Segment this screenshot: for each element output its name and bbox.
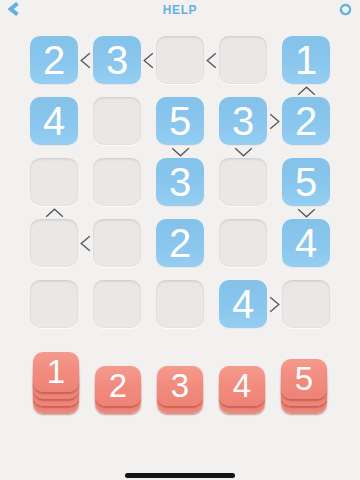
board: 231453235244 bbox=[30, 36, 330, 328]
cell-r2c2[interactable] bbox=[93, 97, 141, 145]
home-indicator bbox=[125, 473, 235, 478]
greater-than-down-sign bbox=[219, 145, 267, 158]
cell-value: 1 bbox=[295, 36, 317, 84]
tray-stack-5[interactable]: 5 bbox=[281, 359, 327, 413]
tray-tile-2[interactable]: 2 bbox=[95, 366, 141, 406]
less-than-up-sign bbox=[30, 206, 78, 219]
page-title: HELP bbox=[0, 3, 360, 17]
greater-than-down-sign bbox=[282, 206, 330, 219]
cell-r5c1[interactable] bbox=[30, 280, 78, 328]
cell-r3c3: 3 bbox=[156, 158, 204, 206]
cell-r2c3: 5 bbox=[156, 97, 204, 145]
cell-r5c4: 4 bbox=[219, 280, 267, 328]
cell-value: 4 bbox=[43, 97, 65, 145]
tray-tile-value: 3 bbox=[171, 367, 189, 405]
cell-r4c3: 2 bbox=[156, 219, 204, 267]
cell-r4c1[interactable] bbox=[30, 219, 78, 267]
restart-circle-icon bbox=[339, 3, 352, 16]
cell-r1c4[interactable] bbox=[219, 36, 267, 84]
cell-r3c5: 5 bbox=[282, 158, 330, 206]
cell-r1c5: 1 bbox=[282, 36, 330, 84]
cell-r3c2[interactable] bbox=[93, 158, 141, 206]
header: HELP bbox=[0, 0, 360, 24]
cell-r1c1: 2 bbox=[30, 36, 78, 84]
cell-r1c2: 3 bbox=[93, 36, 141, 84]
tray-tile-value: 1 bbox=[47, 353, 65, 391]
cell-value: 2 bbox=[295, 97, 317, 145]
tray-tile-1[interactable]: 1 bbox=[33, 352, 79, 392]
cell-value: 5 bbox=[169, 97, 191, 145]
less-than-sign bbox=[78, 219, 93, 267]
cell-r2c5: 2 bbox=[282, 97, 330, 145]
cell-r5c5[interactable] bbox=[282, 280, 330, 328]
cell-r5c3[interactable] bbox=[156, 280, 204, 328]
cell-r5c2[interactable] bbox=[93, 280, 141, 328]
tray-tile-5[interactable]: 5 bbox=[281, 359, 327, 399]
cell-value: 5 bbox=[295, 158, 317, 206]
tray-tile-value: 5 bbox=[295, 360, 313, 398]
cell-r4c5: 4 bbox=[282, 219, 330, 267]
cell-r2c4: 3 bbox=[219, 97, 267, 145]
tray-stack-4[interactable]: 4 bbox=[219, 366, 265, 413]
less-than-sign bbox=[204, 36, 219, 84]
tray-tile-value: 4 bbox=[233, 367, 251, 405]
cell-value: 3 bbox=[169, 158, 191, 206]
less-than-sign bbox=[141, 36, 156, 84]
cell-r2c1: 4 bbox=[30, 97, 78, 145]
cell-value: 2 bbox=[43, 36, 65, 84]
less-than-sign bbox=[78, 36, 93, 84]
less-than-up-sign bbox=[282, 84, 330, 97]
tile-tray: 12345 bbox=[0, 352, 360, 413]
cell-value: 3 bbox=[232, 97, 254, 145]
cell-r1c3[interactable] bbox=[156, 36, 204, 84]
tray-tile-value: 2 bbox=[109, 367, 127, 405]
cell-r3c1[interactable] bbox=[30, 158, 78, 206]
cell-value: 4 bbox=[295, 219, 317, 267]
tray-stack-3[interactable]: 3 bbox=[157, 366, 203, 413]
tray-tile-3[interactable]: 3 bbox=[157, 366, 203, 406]
screen: HELP 231453235244 12345 bbox=[0, 0, 360, 480]
greater-than-sign bbox=[267, 280, 282, 328]
tray-stack-1[interactable]: 1 bbox=[33, 352, 79, 413]
cell-r3c4[interactable] bbox=[219, 158, 267, 206]
cell-value: 2 bbox=[169, 219, 191, 267]
cell-r4c2[interactable] bbox=[93, 219, 141, 267]
cell-value: 3 bbox=[106, 36, 128, 84]
greater-than-down-sign bbox=[156, 145, 204, 158]
greater-than-sign bbox=[267, 97, 282, 145]
cell-r4c4[interactable] bbox=[219, 219, 267, 267]
tray-stack-2[interactable]: 2 bbox=[95, 366, 141, 413]
tray-tile-4[interactable]: 4 bbox=[219, 366, 265, 406]
cell-value: 4 bbox=[232, 280, 254, 328]
restart-button[interactable] bbox=[339, 2, 352, 15]
